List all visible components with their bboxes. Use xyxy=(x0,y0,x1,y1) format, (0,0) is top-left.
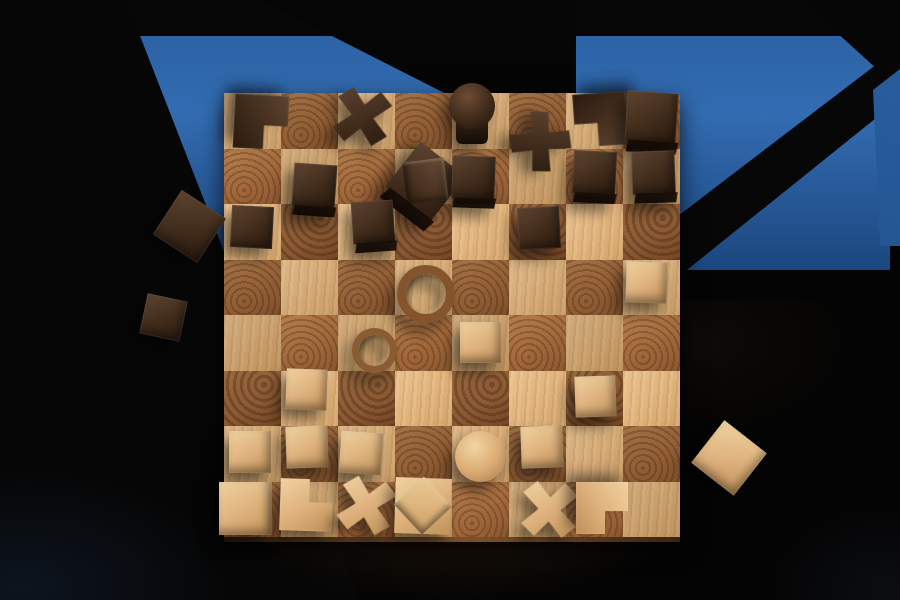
pawn-shape xyxy=(339,431,384,476)
pawn-shape xyxy=(517,206,561,250)
piece-dark-pawn-e7[interactable] xyxy=(451,155,495,199)
piece-light-pawn-b3[interactable] xyxy=(285,368,327,410)
pawn-shape xyxy=(291,162,337,208)
rook-shape xyxy=(152,189,225,262)
knight-shape xyxy=(233,94,290,151)
king-shape xyxy=(394,477,452,535)
pawn-shape xyxy=(574,375,616,417)
knight-shape xyxy=(576,482,628,534)
piece-dark-pawn-a6[interactable] xyxy=(230,205,274,249)
piece-dark-pawn-off-board-left[interactable] xyxy=(139,293,188,342)
piece-light-knight-g1[interactable] xyxy=(576,482,628,534)
piece-dark-rook-off-board-left[interactable] xyxy=(152,189,225,262)
pawn-shape xyxy=(631,150,675,194)
piece-light-rook-off-board-right[interactable] xyxy=(691,420,767,496)
pawn-shape xyxy=(625,261,667,303)
piece-dark-bishop-f8[interactable] xyxy=(501,102,579,180)
pawn-shape xyxy=(571,149,616,194)
piece-dark-pawn-h7[interactable] xyxy=(631,150,675,194)
pieces-layer xyxy=(0,0,900,600)
pawn-shape xyxy=(451,155,495,199)
piece-light-pawn-h5[interactable] xyxy=(625,261,667,303)
pawn-shape xyxy=(229,431,271,473)
piece-dark-rook-h8[interactable] xyxy=(624,90,678,144)
bishop-shape xyxy=(333,472,398,537)
photo-scene xyxy=(0,0,900,600)
bishop-shape xyxy=(520,480,579,539)
pawn-shape xyxy=(460,322,501,363)
queen-shape xyxy=(455,431,506,482)
piece-dark-bishop-c8[interactable] xyxy=(330,84,394,148)
bishop-shape xyxy=(501,102,579,180)
piece-dark-pawn-g7[interactable] xyxy=(571,149,616,194)
ring-shape xyxy=(397,265,455,323)
queen-shape xyxy=(449,83,495,129)
piece-light-rook-a1[interactable] xyxy=(219,482,272,535)
piece-dark-pawn-c6[interactable] xyxy=(351,200,396,245)
piece-light-pawn-e4[interactable] xyxy=(460,322,501,363)
pawn-shape xyxy=(285,368,327,410)
piece-dark-queen-e8[interactable] xyxy=(449,83,495,129)
pawn-shape xyxy=(285,425,328,468)
bishop-shape xyxy=(330,84,394,148)
knight-shape xyxy=(279,478,333,532)
piece-light-pawn-g3[interactable] xyxy=(574,375,616,417)
rook-shape xyxy=(624,90,678,144)
pawn-shape xyxy=(351,200,396,245)
piece-dark-knight-a8[interactable] xyxy=(233,94,290,151)
piece-light-bishop-f1[interactable] xyxy=(520,480,579,539)
piece-dark-pawn-b7[interactable] xyxy=(291,162,337,208)
piece-light-pawn-a2[interactable] xyxy=(229,431,271,473)
piece-light-pawn-b2[interactable] xyxy=(285,425,328,468)
knight-shape xyxy=(572,91,629,148)
piece-light-queen-e2[interactable] xyxy=(455,431,506,482)
piece-dark-pawn-f6[interactable] xyxy=(517,206,561,250)
piece-light-bishop-c1[interactable] xyxy=(333,472,398,537)
pawn-shape xyxy=(139,293,188,342)
piece-light-pawn-c2[interactable] xyxy=(339,431,384,476)
rook-shape xyxy=(219,482,272,535)
ring-d5[interactable] xyxy=(397,265,437,305)
piece-light-knight-b1[interactable] xyxy=(279,478,333,532)
ring-shape xyxy=(352,328,397,373)
rook-shape xyxy=(691,420,767,496)
ring-c4[interactable] xyxy=(352,328,383,359)
pawn-shape xyxy=(230,205,274,249)
piece-light-pawn-f2[interactable] xyxy=(520,425,563,468)
piece-light-king-d1[interactable] xyxy=(394,477,452,535)
piece-dark-knight-g8[interactable] xyxy=(572,91,629,148)
pawn-shape xyxy=(520,425,563,468)
